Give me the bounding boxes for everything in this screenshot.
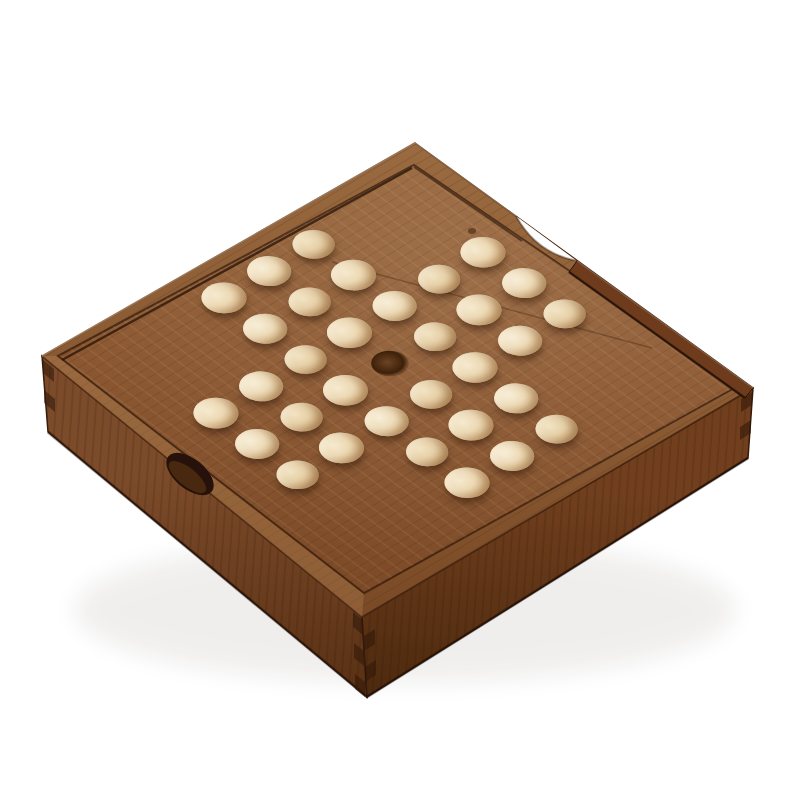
empty-hole-d4[interactable] (363, 345, 416, 381)
product-photo-scene (0, 0, 800, 800)
